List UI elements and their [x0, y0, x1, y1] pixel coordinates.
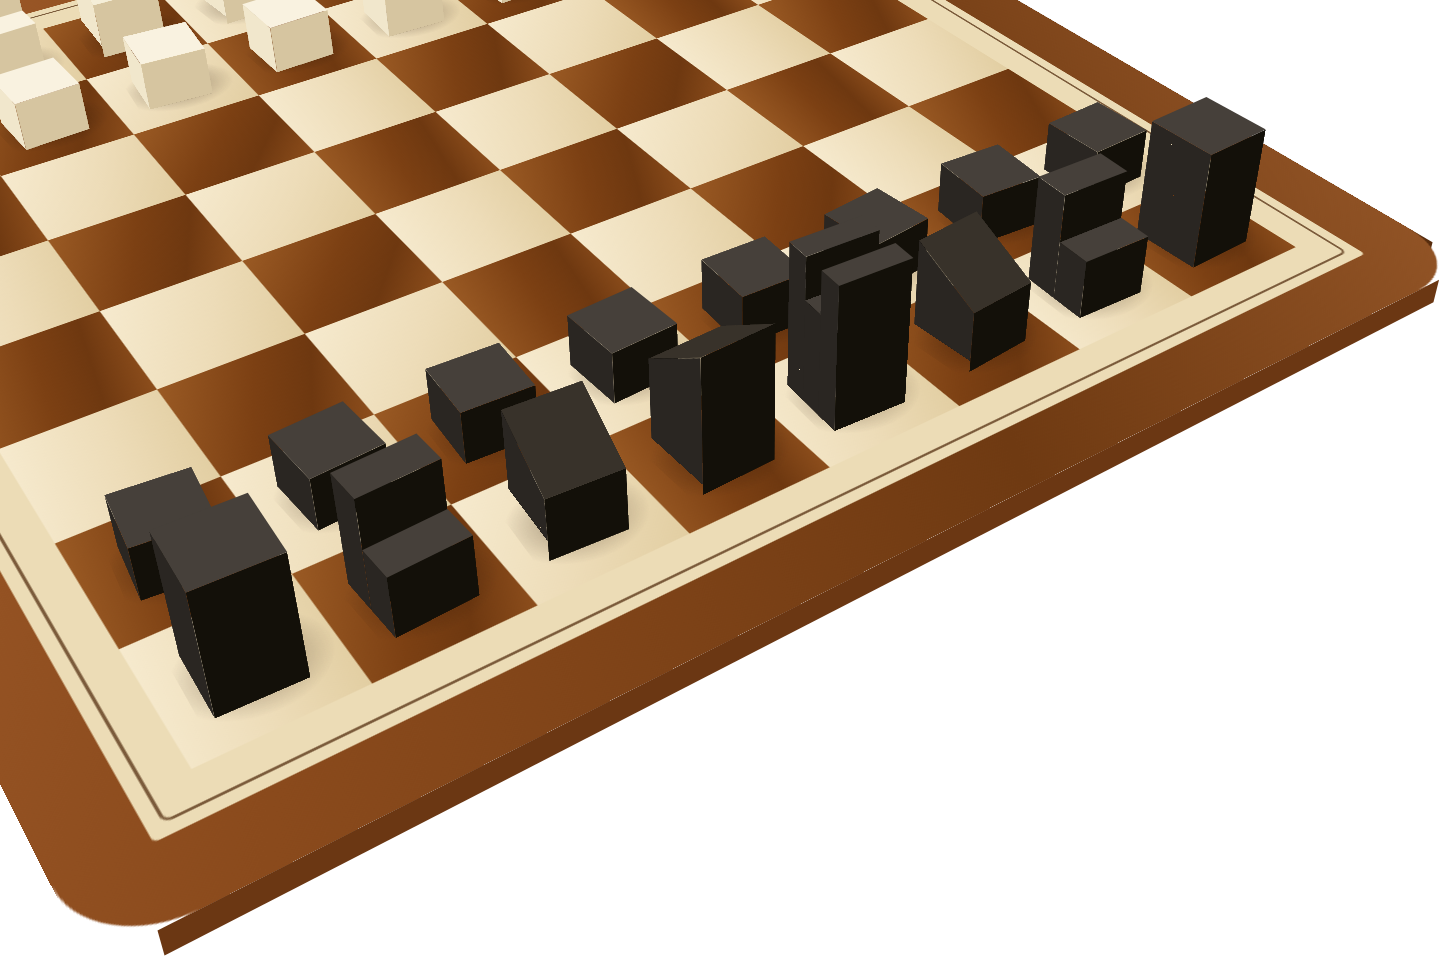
chess-photo-scene	[0, 0, 1445, 963]
chess-board	[0, 0, 1445, 963]
